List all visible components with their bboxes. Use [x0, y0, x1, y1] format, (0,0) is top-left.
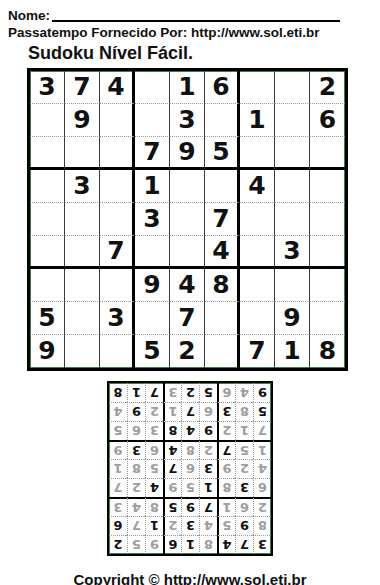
solution-cell-r5c2: 2 [235, 459, 253, 478]
cell-r3c4: 7 [135, 137, 170, 170]
solution-cell-r4c6: 9 [163, 478, 181, 497]
solution-cell-r1c3: 4 [217, 535, 235, 554]
solution-cell-r7c5: 4 [181, 421, 199, 440]
worksheet-page: Nome: Passatempo Fornecido Por: http://w… [0, 0, 380, 585]
solution-cell-r9c1: 9 [253, 383, 271, 402]
name-label: Nome: [8, 8, 50, 23]
cell-r6c6: 4 [205, 236, 240, 269]
cell-r9c2[interactable] [65, 335, 100, 368]
cell-r3c9[interactable] [310, 137, 345, 170]
cell-r8c3: 3 [100, 302, 135, 335]
solution-grid-wrap: 3748169528954321762617958436381594274293… [107, 381, 273, 556]
solution-cell-r7c1: 7 [253, 421, 271, 440]
solution-cell-r4c4: 1 [199, 478, 217, 497]
solution-cell-r6c2: 5 [235, 440, 253, 459]
cell-r4c9[interactable] [310, 170, 345, 203]
cell-r2c3[interactable] [100, 104, 135, 137]
solution-cell-r1c5: 1 [181, 535, 199, 554]
cell-r1c2: 7 [65, 71, 100, 104]
solution-cell-r5c6: 7 [163, 459, 181, 478]
cell-r9c1: 9 [30, 335, 65, 368]
solution-cell-r2c8: 7 [127, 516, 145, 535]
solution-cell-r1c9: 2 [109, 535, 127, 554]
cell-r8c5: 7 [170, 302, 205, 335]
solution-cell-r1c4: 8 [199, 535, 217, 554]
cell-r4c2: 3 [65, 170, 100, 203]
cell-r3c7[interactable] [240, 137, 275, 170]
solution-cell-r3c8: 4 [127, 497, 145, 516]
solution-cell-r2c9: 6 [109, 516, 127, 535]
solution-cell-r2c3: 5 [217, 516, 235, 535]
provider-line: Passatempo Fornecido Por: http://www.sol… [8, 25, 372, 40]
solution-cell-r7c6: 8 [163, 421, 181, 440]
cell-r5c8[interactable] [275, 203, 310, 236]
solution-cell-r1c6: 6 [163, 535, 181, 554]
solution-cell-r3c6: 5 [163, 497, 181, 516]
solution-cell-r9c9: 8 [109, 383, 127, 402]
cell-r1c3: 4 [100, 71, 135, 104]
cell-r2c5: 3 [170, 104, 205, 137]
solution-cell-r2c2: 9 [235, 516, 253, 535]
cell-r9c6[interactable] [205, 335, 240, 368]
name-row: Nome: [8, 5, 372, 23]
solution-cell-r8c5: 7 [181, 402, 199, 421]
cell-r9c8: 1 [275, 335, 310, 368]
solution-cell-r8c7: 2 [145, 402, 163, 421]
solution-cell-r3c2: 6 [235, 497, 253, 516]
solution-cell-r3c4: 7 [199, 497, 217, 516]
cell-r2c4[interactable] [135, 104, 170, 137]
cell-r6c9[interactable] [310, 236, 345, 269]
solution-cell-r7c3: 2 [217, 421, 235, 440]
cell-r9c9: 8 [310, 335, 345, 368]
cell-r5c3[interactable] [100, 203, 135, 236]
cell-r3c5: 9 [170, 137, 205, 170]
solution-cell-r6c6: 4 [163, 440, 181, 459]
solution-cell-r1c8: 5 [127, 535, 145, 554]
solution-cell-r8c3: 3 [217, 402, 235, 421]
cell-r8c9[interactable] [310, 302, 345, 335]
solution-cell-r6c5: 8 [181, 440, 199, 459]
solution-cell-r4c3: 8 [217, 478, 235, 497]
solution-cell-r9c3: 6 [217, 383, 235, 402]
solution-cell-r8c1: 5 [253, 402, 271, 421]
solution-cell-r5c7: 5 [145, 459, 163, 478]
solution-cell-r6c3: 7 [217, 440, 235, 459]
solution-cell-r8c2: 8 [235, 402, 253, 421]
cell-r8c7[interactable] [240, 302, 275, 335]
cell-r3c3[interactable] [100, 137, 135, 170]
solution-cell-r4c9: 7 [109, 478, 127, 497]
solution-cell-r9c5: 2 [181, 383, 199, 402]
cell-r1c7[interactable] [240, 71, 275, 104]
solution-cell-r7c4: 9 [199, 421, 217, 440]
cell-r7c8[interactable] [275, 269, 310, 302]
solution-cell-r9c8: 1 [127, 383, 145, 402]
solution-cell-r4c7: 4 [145, 478, 163, 497]
solution-cell-r4c2: 3 [235, 478, 253, 497]
solution-cell-r8c6: 1 [163, 402, 181, 421]
cell-r3c1[interactable] [30, 137, 65, 170]
cell-r5c6: 7 [205, 203, 240, 236]
cell-r2c2: 9 [65, 104, 100, 137]
cell-r6c4[interactable] [135, 236, 170, 269]
cell-r1c5: 1 [170, 71, 205, 104]
copyright: Copyright © http://www.sol.eti.br [8, 571, 372, 585]
sudoku-solution-grid-rotated-180: 3748169528954321762617958436381594274293… [107, 381, 273, 556]
solution-cell-r3c3: 1 [217, 497, 235, 516]
solution-cell-r5c9: 1 [109, 459, 127, 478]
solution-cell-r7c7: 3 [145, 421, 163, 440]
solution-cell-r5c4: 3 [199, 459, 217, 478]
solution-cell-r2c7: 1 [145, 516, 163, 535]
solution-cell-r1c1: 3 [253, 535, 271, 554]
cell-r4c5[interactable] [170, 170, 205, 203]
solution-cell-r9c4: 5 [199, 383, 217, 402]
solution-cell-r4c1: 6 [253, 478, 271, 497]
cell-r9c5: 2 [170, 335, 205, 368]
solution-cell-r8c8: 9 [127, 402, 145, 421]
cell-r5c4: 3 [135, 203, 170, 236]
cell-r7c1[interactable] [30, 269, 65, 302]
cell-r8c8: 9 [275, 302, 310, 335]
cell-r6c8: 3 [275, 236, 310, 269]
cell-r4c4: 1 [135, 170, 170, 203]
cell-r7c7[interactable] [240, 269, 275, 302]
solution-cell-r2c4: 4 [199, 516, 217, 535]
cell-r4c3[interactable] [100, 170, 135, 203]
cell-r5c7[interactable] [240, 203, 275, 236]
solution-cell-r6c4: 2 [199, 440, 217, 459]
solution-cell-r9c2: 4 [235, 383, 253, 402]
cell-r3c2[interactable] [65, 137, 100, 170]
solution-cell-r1c2: 7 [235, 535, 253, 554]
cell-r6c1[interactable] [30, 236, 65, 269]
cell-r6c2[interactable] [65, 236, 100, 269]
solution-cell-r6c1: 1 [253, 440, 271, 459]
cell-r2c8[interactable] [275, 104, 310, 137]
cell-r9c7: 7 [240, 335, 275, 368]
cell-r7c6: 8 [205, 269, 240, 302]
cell-r1c9: 2 [310, 71, 345, 104]
cell-r4c8[interactable] [275, 170, 310, 203]
solution-cell-r2c6: 2 [163, 516, 181, 535]
cell-r6c3: 7 [100, 236, 135, 269]
cell-r7c2[interactable] [65, 269, 100, 302]
cell-r1c1: 3 [30, 71, 65, 104]
cell-r7c3[interactable] [100, 269, 135, 302]
cell-r1c6: 6 [205, 71, 240, 104]
solution-cell-r2c1: 8 [253, 516, 271, 535]
solution-cell-r9c6: 3 [163, 383, 181, 402]
solution-cell-r5c3: 9 [217, 459, 235, 478]
cell-r2c1[interactable] [30, 104, 65, 137]
cell-r5c5[interactable] [170, 203, 205, 236]
solution-cell-r5c1: 4 [253, 459, 271, 478]
cell-r4c7: 4 [240, 170, 275, 203]
cell-r8c1: 5 [30, 302, 65, 335]
cell-r3c6: 5 [205, 137, 240, 170]
solution-cell-r3c9: 3 [109, 497, 127, 516]
cell-r7c9[interactable] [310, 269, 345, 302]
cell-r4c6[interactable] [205, 170, 240, 203]
solution-cell-r7c2: 1 [235, 421, 253, 440]
cell-r2c9: 6 [310, 104, 345, 137]
solution-cell-r4c5: 5 [181, 478, 199, 497]
cell-r6c7[interactable] [240, 236, 275, 269]
solution-cell-r1c7: 9 [145, 535, 163, 554]
page-title: Sudoku Nível Fácil. [28, 43, 372, 64]
sudoku-puzzle-grid: 3741629316795314377439485379952718 [27, 68, 348, 371]
cell-r2c6[interactable] [205, 104, 240, 137]
cell-r1c4[interactable] [135, 71, 170, 104]
solution-cell-r7c8: 6 [127, 421, 145, 440]
cell-r9c3[interactable] [100, 335, 135, 368]
cell-r7c5: 4 [170, 269, 205, 302]
solution-cell-r3c1: 2 [253, 497, 271, 516]
solution-cell-r2c5: 3 [181, 516, 199, 535]
solution-cell-r3c7: 8 [145, 497, 163, 516]
cell-r3c8[interactable] [275, 137, 310, 170]
cell-r8c2[interactable] [65, 302, 100, 335]
solution-cell-r6c9: 9 [109, 440, 127, 459]
solution-cell-r5c8: 8 [127, 459, 145, 478]
cell-r5c9[interactable] [310, 203, 345, 236]
cell-r6c5[interactable] [170, 236, 205, 269]
cell-r4c1[interactable] [30, 170, 65, 203]
name-underline[interactable] [52, 8, 340, 22]
solution-cell-r7c9: 5 [109, 421, 127, 440]
solution-cell-r8c4: 6 [199, 402, 217, 421]
solution-cell-r3c5: 9 [181, 497, 199, 516]
cell-r8c4[interactable] [135, 302, 170, 335]
cell-r8c6[interactable] [205, 302, 240, 335]
solution-cell-r4c8: 2 [127, 478, 145, 497]
cell-r5c1[interactable] [30, 203, 65, 236]
solution-cell-r5c5: 6 [181, 459, 199, 478]
cell-r9c4: 5 [135, 335, 170, 368]
cell-r7c4: 9 [135, 269, 170, 302]
cell-r2c7: 1 [240, 104, 275, 137]
solution-cell-r9c7: 7 [145, 383, 163, 402]
cell-r1c8[interactable] [275, 71, 310, 104]
solution-cell-r8c9: 4 [109, 402, 127, 421]
cell-r5c2[interactable] [65, 203, 100, 236]
solution-cell-r6c8: 3 [127, 440, 145, 459]
solution-cell-r6c7: 6 [145, 440, 163, 459]
